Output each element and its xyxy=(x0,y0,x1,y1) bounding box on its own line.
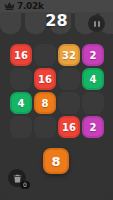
board-cell[interactable] xyxy=(58,68,80,90)
board-cell[interactable] xyxy=(10,68,32,90)
score-value: 7.02k xyxy=(17,1,44,11)
next-tile-value: 8 xyxy=(51,154,60,169)
next-tile[interactable]: 8 xyxy=(43,148,69,174)
tile-4: 4 xyxy=(82,68,104,90)
board-cell[interactable]: 16 xyxy=(58,116,80,138)
crown-icon xyxy=(4,2,15,10)
board-cell[interactable]: 2 xyxy=(82,116,104,138)
tile-16: 16 xyxy=(10,44,32,66)
board-cell[interactable]: 16 xyxy=(34,68,56,90)
board-cell[interactable] xyxy=(10,116,32,138)
trash-count-badge: 0 xyxy=(20,181,30,189)
board-cell[interactable] xyxy=(34,116,56,138)
board-cell[interactable] xyxy=(58,92,80,114)
pause-icon xyxy=(98,21,100,27)
board-cell[interactable]: 4 xyxy=(82,68,104,90)
board-cell[interactable]: 16 xyxy=(10,44,32,66)
pause-button[interactable] xyxy=(88,15,105,32)
pause-icon xyxy=(94,21,96,27)
tile-16: 16 xyxy=(34,68,56,90)
board-cell[interactable]: 2 xyxy=(82,44,104,66)
game-screen: 7.02k 28 1632216448162 8 0 xyxy=(0,0,113,200)
tile-2: 2 xyxy=(82,44,104,66)
board-cell[interactable]: 4 xyxy=(10,92,32,114)
board-grid: 1632216448162 xyxy=(10,44,104,138)
tile-2: 2 xyxy=(82,116,104,138)
board-cell[interactable]: 8 xyxy=(34,92,56,114)
tile-16: 16 xyxy=(58,116,80,138)
tile-8: 8 xyxy=(34,92,56,114)
score-display: 7.02k xyxy=(4,1,44,11)
trash-icon xyxy=(13,174,22,183)
board-cell[interactable]: 32 xyxy=(58,44,80,66)
tile-4: 4 xyxy=(10,92,32,114)
board-cell[interactable] xyxy=(82,92,104,114)
tile-32: 32 xyxy=(58,44,80,66)
board-cell[interactable] xyxy=(34,44,56,66)
